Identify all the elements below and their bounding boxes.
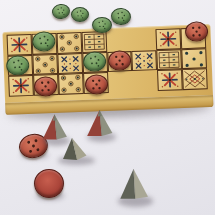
board-grid <box>7 27 208 97</box>
rosette-icon <box>158 71 182 91</box>
xcluster-icon <box>58 54 82 74</box>
board-square-r2c1[interactable] <box>7 55 33 77</box>
green-counter[interactable] <box>83 51 107 72</box>
eyes5-icon <box>59 74 83 94</box>
green-counter-offboard[interactable] <box>51 3 70 20</box>
red-counter[interactable] <box>108 50 132 71</box>
eyes5-icon <box>57 33 81 53</box>
rosette-icon <box>9 76 33 96</box>
photo-scene <box>0 0 215 215</box>
pyramid-die[interactable] <box>56 136 93 161</box>
board-square-r1c6 <box>131 29 157 51</box>
board-square-r3c1[interactable] <box>8 75 34 97</box>
xcluster-icon <box>133 51 157 71</box>
board-square-r2c6[interactable] <box>132 50 158 72</box>
green-counter[interactable] <box>32 31 56 52</box>
green-counter[interactable] <box>6 55 30 76</box>
board-top-face <box>2 24 213 103</box>
board-square-r2c4[interactable] <box>82 52 108 74</box>
board-square-r1c3[interactable] <box>56 32 82 54</box>
green-counter-offboard[interactable] <box>71 7 89 22</box>
board-square-r2c3[interactable] <box>57 53 83 75</box>
pyramid-die[interactable] <box>85 109 114 137</box>
board-square-r3c3[interactable] <box>58 73 84 95</box>
dots5-icon <box>182 49 206 69</box>
grid-icon <box>82 32 106 52</box>
board-square-r1c4[interactable] <box>81 31 107 53</box>
grid-icon <box>158 50 182 70</box>
red-counter-offboard[interactable] <box>34 169 64 198</box>
board-square-r2c5[interactable] <box>107 51 133 73</box>
red-counter[interactable] <box>85 74 109 95</box>
board-square-r3c7[interactable] <box>157 69 183 91</box>
board-square-r3c5 <box>108 71 134 93</box>
lattice-icon <box>183 70 207 90</box>
game-board <box>2 24 213 118</box>
green-counter-offboard[interactable] <box>110 7 131 25</box>
board-square-r1c8[interactable] <box>181 27 207 49</box>
board-square-r3c2[interactable] <box>33 74 59 96</box>
green-counter-offboard[interactable] <box>92 17 112 33</box>
board-square-r3c8[interactable] <box>182 69 208 91</box>
board-square-r3c6 <box>132 70 158 92</box>
board-square-r2c8[interactable] <box>181 48 207 70</box>
eyes5-icon <box>33 55 57 75</box>
board-square-r2c2[interactable] <box>32 54 58 76</box>
rosette-icon <box>157 29 181 49</box>
pyramid-die[interactable] <box>116 167 151 200</box>
board-square-r1c5 <box>106 30 132 52</box>
red-counter[interactable] <box>184 21 208 42</box>
red-counter[interactable] <box>34 76 58 97</box>
board-square-r3c4[interactable] <box>83 72 109 94</box>
board-square-r1c1[interactable] <box>7 34 33 56</box>
board-square-r1c7[interactable] <box>156 28 182 50</box>
rosette-icon <box>8 35 32 55</box>
board-square-r2c7[interactable] <box>156 49 182 71</box>
board-square-r1c2[interactable] <box>31 33 57 55</box>
